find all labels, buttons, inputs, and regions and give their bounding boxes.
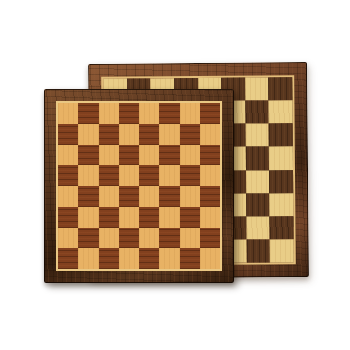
square-g2 (246, 216, 270, 239)
square-f1 (159, 248, 179, 269)
square-b7 (78, 124, 98, 145)
square-e1 (139, 248, 159, 269)
square-c6 (99, 145, 119, 166)
square-g6 (180, 145, 200, 166)
square-h8 (200, 103, 220, 124)
square-d5 (119, 165, 139, 186)
square-g4 (246, 170, 270, 193)
chess-boards-product-photo (0, 0, 350, 350)
square-a8 (58, 103, 78, 124)
square-e3 (139, 207, 159, 228)
square-h4 (200, 186, 220, 207)
square-c1 (99, 248, 119, 269)
square-h5 (200, 165, 220, 186)
square-a6 (58, 145, 78, 166)
square-g5 (246, 147, 270, 170)
square-e8 (139, 103, 159, 124)
square-f5 (159, 165, 179, 186)
square-g3 (246, 193, 270, 216)
square-b5 (78, 165, 98, 186)
front-chessboard (44, 89, 234, 283)
square-c7 (99, 124, 119, 145)
square-f4 (159, 186, 179, 207)
square-f2 (159, 228, 179, 249)
square-g7 (245, 101, 269, 124)
square-g2 (180, 228, 200, 249)
square-h3 (270, 193, 294, 216)
square-f6 (159, 145, 179, 166)
square-g8 (245, 77, 269, 100)
square-h2 (270, 216, 294, 239)
square-a2 (58, 228, 78, 249)
square-e4 (139, 186, 159, 207)
front-chessboard-frame (44, 89, 234, 283)
square-g3 (180, 207, 200, 228)
square-c8 (99, 103, 119, 124)
square-c4 (99, 186, 119, 207)
square-g1 (180, 248, 200, 269)
square-a7 (58, 124, 78, 145)
square-e5 (139, 165, 159, 186)
square-b1 (78, 248, 98, 269)
square-h5 (269, 147, 293, 170)
square-g1 (246, 239, 270, 262)
square-b6 (78, 145, 98, 166)
square-f7 (159, 124, 179, 145)
square-h8 (269, 77, 293, 100)
square-b3 (78, 207, 98, 228)
square-f3 (159, 207, 179, 228)
square-a4 (58, 186, 78, 207)
square-g7 (180, 124, 200, 145)
square-a3 (58, 207, 78, 228)
square-g4 (180, 186, 200, 207)
square-d2 (119, 228, 139, 249)
square-h6 (269, 123, 293, 146)
square-h1 (200, 248, 220, 269)
square-h4 (269, 170, 293, 193)
square-g6 (245, 124, 269, 147)
square-b2 (78, 228, 98, 249)
square-e7 (139, 124, 159, 145)
square-e2 (139, 228, 159, 249)
square-b4 (78, 186, 98, 207)
front-chessboard-pinstripe (56, 101, 222, 271)
square-d4 (119, 186, 139, 207)
square-h6 (200, 145, 220, 166)
square-c5 (99, 165, 119, 186)
square-c2 (99, 228, 119, 249)
square-a5 (58, 165, 78, 186)
square-h3 (200, 207, 220, 228)
square-g8 (180, 103, 200, 124)
front-chessboard-grid (58, 103, 220, 269)
square-h7 (269, 100, 293, 123)
square-c3 (99, 207, 119, 228)
square-d8 (119, 103, 139, 124)
square-h1 (270, 239, 294, 262)
square-d7 (119, 124, 139, 145)
square-h7 (200, 124, 220, 145)
square-d1 (119, 248, 139, 269)
square-d6 (119, 145, 139, 166)
square-a1 (58, 248, 78, 269)
square-e6 (139, 145, 159, 166)
square-d3 (119, 207, 139, 228)
square-h2 (200, 228, 220, 249)
square-f8 (159, 103, 179, 124)
square-b8 (78, 103, 98, 124)
square-g5 (180, 165, 200, 186)
